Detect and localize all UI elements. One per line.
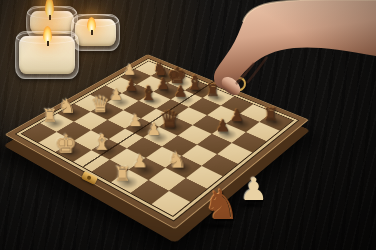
king-glyph: ♚ xyxy=(47,131,85,158)
bishop-glyph: ♝ xyxy=(131,81,165,106)
rook-glyph: ♜ xyxy=(253,102,289,128)
candle-flame-icon xyxy=(87,17,96,32)
rook-glyph: ♜ xyxy=(102,160,142,189)
piece-shadow xyxy=(199,222,239,230)
piece-shadow xyxy=(236,201,268,209)
chess-photo-scene: ♞♚♝♜♜♟♟♟♟♟♝♟♟♛♛♟♟♞♞♜♝♟♚♜ ♞ ♟ xyxy=(0,0,376,250)
candle-flame-icon xyxy=(43,26,52,43)
pawn-glyph: ♟ xyxy=(164,80,198,105)
knight-glyph: ♞ xyxy=(157,146,196,174)
piece-black-rook-h8[interactable]: ♜ xyxy=(259,112,292,130)
bishop-glyph: ♝ xyxy=(83,129,121,156)
pawn-glyph: ♟ xyxy=(205,113,242,140)
queen-glyph: ♛ xyxy=(83,92,118,117)
rook-glyph: ♜ xyxy=(32,103,68,129)
captured-white-pawn[interactable]: ♟ xyxy=(240,171,264,207)
rook-glyph: ♜ xyxy=(196,78,230,103)
arm-and-fingers xyxy=(214,0,376,88)
captured-black-knight[interactable]: ♞ xyxy=(203,182,235,228)
candle-flame-icon xyxy=(45,0,54,17)
pawn-glyph: ♟ xyxy=(135,116,172,143)
